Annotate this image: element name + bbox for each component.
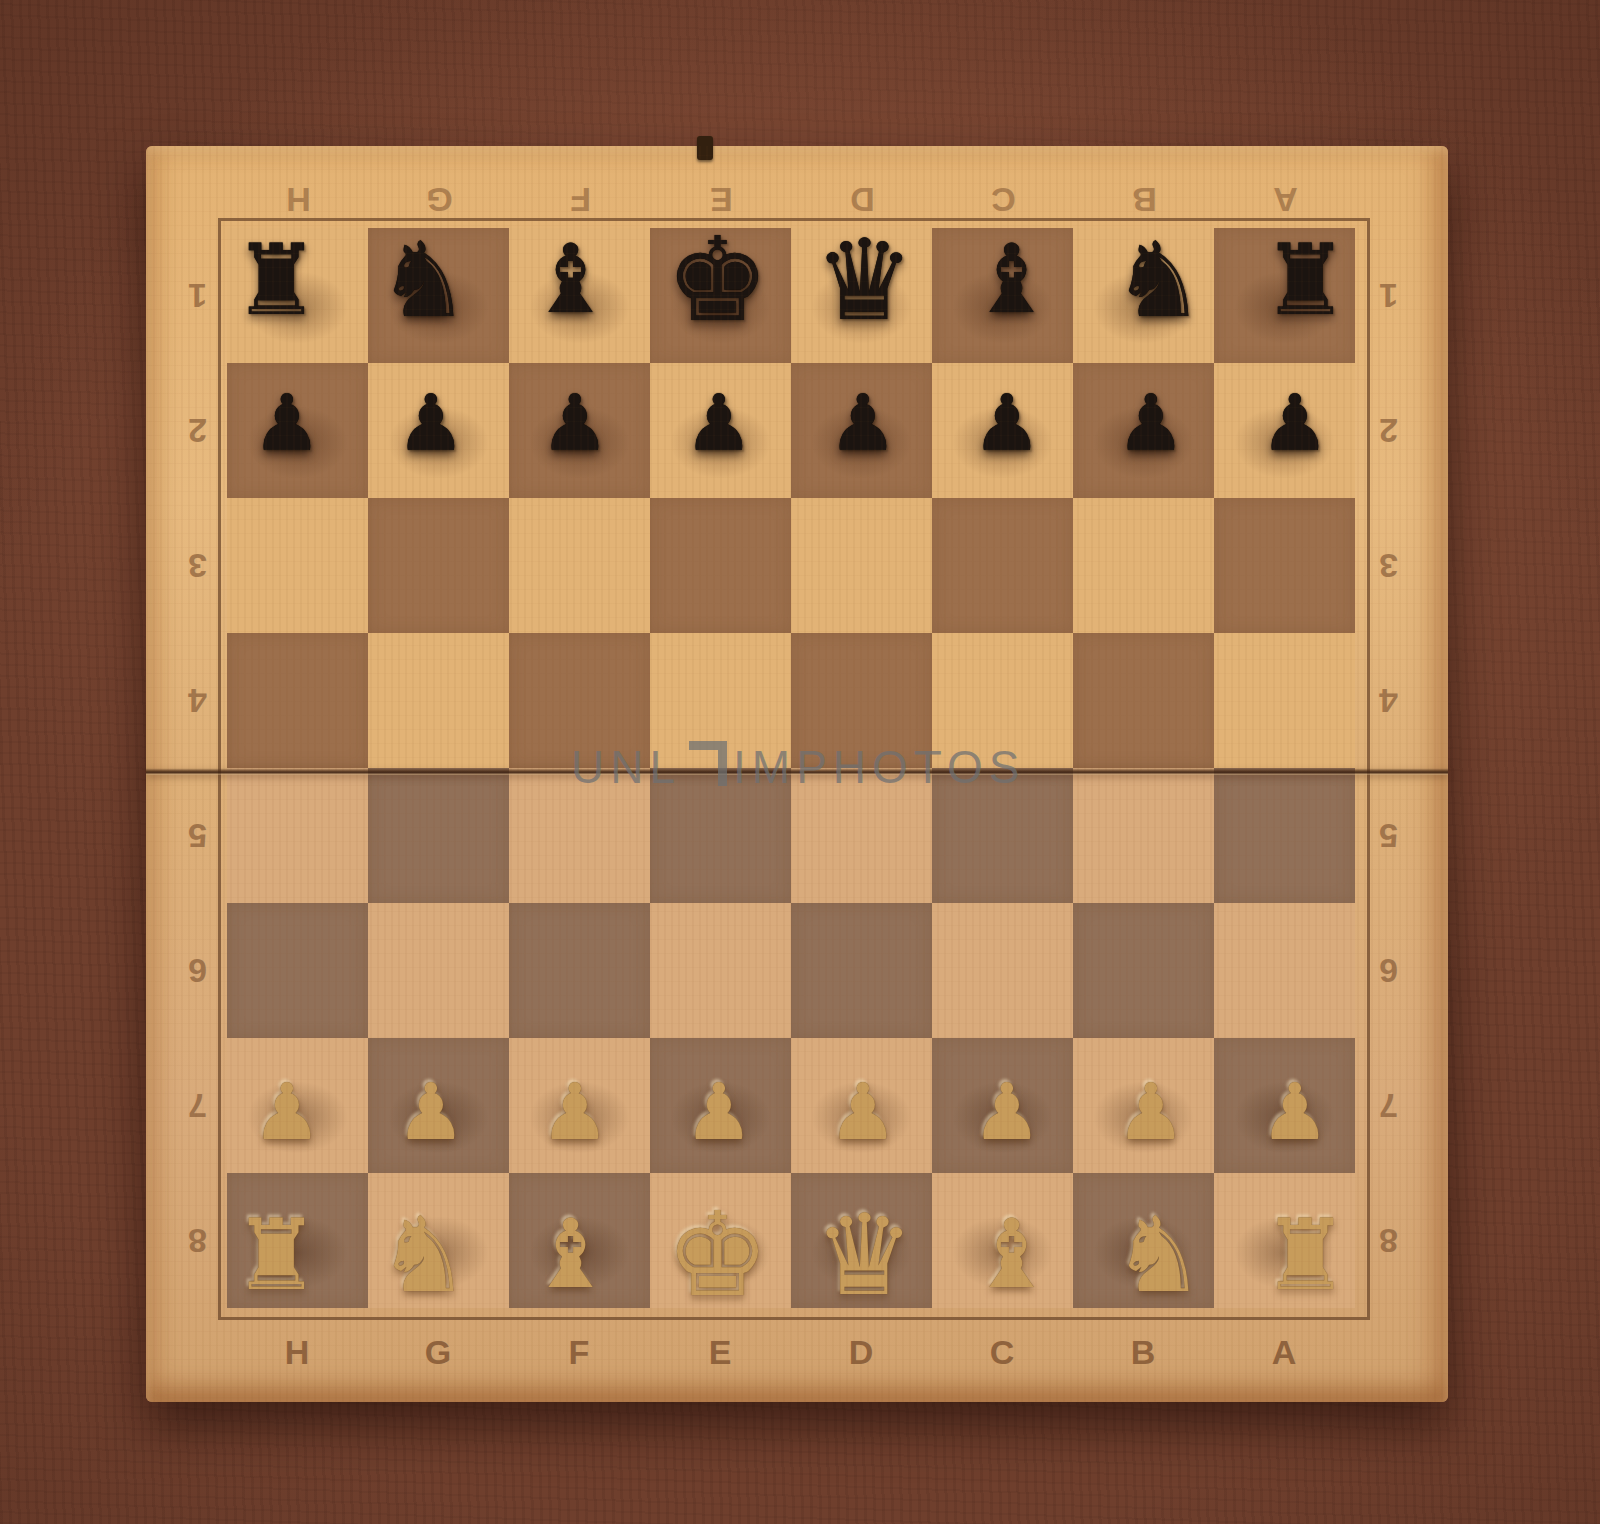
square-h6[interactable] [227, 903, 368, 1038]
rank-label-right-7: 7 [1356, 1085, 1420, 1127]
square-e7[interactable]: ♟ [650, 1038, 791, 1173]
piece-white-pawn[interactable]: ♟ [972, 1073, 1042, 1151]
watermark-logo-icon [689, 741, 727, 786]
square-d2[interactable]: ♟ [791, 363, 932, 498]
square-d7[interactable]: ♟ [791, 1038, 932, 1173]
piece-black-pawn[interactable]: ♟ [396, 384, 466, 462]
rank-label-left-1: 1 [165, 275, 229, 317]
square-b1[interactable]: ♞ [1073, 228, 1214, 363]
piece-white-pawn[interactable]: ♟ [1260, 1073, 1330, 1151]
rank-label-left-7: 7 [165, 1085, 229, 1127]
square-a2[interactable]: ♟ [1214, 363, 1355, 498]
rank-label-left-8: 8 [165, 1220, 229, 1262]
square-h2[interactable]: ♟ [227, 363, 368, 498]
table-background: ♜♞♝♚♛♝♞♜♟♟♟♟♟♟♟♟♟♟♟♟♟♟♟♟♜♞♝♚♛♝♞♜ HHGGFFE… [0, 0, 1600, 1524]
file-label-bottom-h: H [266, 1331, 330, 1373]
square-d6[interactable] [791, 903, 932, 1038]
piece-black-bishop[interactable]: ♝ [528, 232, 613, 327]
square-a3[interactable] [1214, 498, 1355, 633]
piece-black-bishop[interactable]: ♝ [969, 232, 1054, 327]
file-label-top-b: B [1112, 179, 1176, 221]
rank-label-right-3: 3 [1356, 545, 1420, 587]
square-d3[interactable] [791, 498, 932, 633]
file-label-top-c: C [971, 179, 1035, 221]
piece-white-pawn[interactable]: ♟ [540, 1073, 610, 1151]
piece-white-bishop[interactable]: ♝ [969, 1207, 1054, 1302]
square-e1[interactable]: ♚ [650, 228, 791, 363]
square-h1[interactable]: ♜ [227, 228, 368, 363]
piece-black-pawn[interactable]: ♟ [684, 384, 754, 462]
square-b4[interactable] [1073, 633, 1214, 768]
square-g3[interactable] [368, 498, 509, 633]
piece-white-pawn[interactable]: ♟ [828, 1073, 898, 1151]
square-b6[interactable] [1073, 903, 1214, 1038]
file-label-bottom-c: C [971, 1331, 1035, 1373]
square-a5[interactable] [1214, 768, 1355, 903]
piece-white-pawn[interactable]: ♟ [1116, 1073, 1186, 1151]
piece-black-rook[interactable]: ♜ [1262, 231, 1350, 329]
file-label-top-f: F [548, 179, 612, 221]
square-g7[interactable]: ♟ [368, 1038, 509, 1173]
piece-black-pawn[interactable]: ♟ [540, 384, 610, 462]
file-label-bottom-b: B [1112, 1331, 1176, 1373]
rank-label-right-1: 1 [1356, 275, 1420, 317]
piece-black-pawn[interactable]: ♟ [828, 384, 898, 462]
piece-white-pawn[interactable]: ♟ [252, 1073, 322, 1151]
file-label-bottom-e: E [689, 1331, 753, 1373]
square-e2[interactable]: ♟ [650, 363, 791, 498]
square-b8[interactable]: ♞ [1073, 1173, 1214, 1308]
piece-white-pawn[interactable]: ♟ [684, 1073, 754, 1151]
square-h3[interactable] [227, 498, 368, 633]
square-c2[interactable]: ♟ [932, 363, 1073, 498]
rank-label-left-4: 4 [165, 680, 229, 722]
file-label-top-g: G [407, 179, 471, 221]
square-f8[interactable]: ♝ [509, 1173, 650, 1308]
square-f2[interactable]: ♟ [509, 363, 650, 498]
rank-label-right-6: 6 [1356, 950, 1420, 992]
square-g5[interactable] [368, 768, 509, 903]
square-h8[interactable]: ♜ [227, 1173, 368, 1308]
piece-white-rook[interactable]: ♜ [233, 1206, 321, 1304]
piece-white-knight[interactable]: ♞ [1112, 1203, 1205, 1307]
piece-black-pawn[interactable]: ♟ [972, 384, 1042, 462]
piece-white-queen[interactable]: ♛ [814, 1199, 914, 1311]
square-c8[interactable]: ♝ [932, 1173, 1073, 1308]
rank-label-left-6: 6 [165, 950, 229, 992]
piece-black-pawn[interactable]: ♟ [1260, 384, 1330, 462]
piece-white-rook[interactable]: ♜ [1262, 1206, 1350, 1304]
rank-label-right-2: 2 [1356, 410, 1420, 452]
square-g4[interactable] [368, 633, 509, 768]
square-b3[interactable] [1073, 498, 1214, 633]
square-c3[interactable] [932, 498, 1073, 633]
square-f7[interactable]: ♟ [509, 1038, 650, 1173]
square-h5[interactable] [227, 768, 368, 903]
piece-black-pawn[interactable]: ♟ [252, 384, 322, 462]
watermark-text-left: UNL [571, 740, 681, 794]
square-c7[interactable]: ♟ [932, 1038, 1073, 1173]
square-d1[interactable]: ♛ [791, 228, 932, 363]
square-c6[interactable] [932, 903, 1073, 1038]
square-e8[interactable]: ♚ [650, 1173, 791, 1308]
file-label-top-d: D [830, 179, 894, 221]
square-e6[interactable] [650, 903, 791, 1038]
piece-black-knight[interactable]: ♞ [1112, 228, 1205, 332]
piece-black-knight[interactable]: ♞ [377, 228, 470, 332]
square-f3[interactable] [509, 498, 650, 633]
file-label-bottom-f: F [548, 1331, 612, 1373]
rank-label-right-8: 8 [1356, 1220, 1420, 1262]
piece-white-king[interactable]: ♚ [666, 1197, 770, 1313]
watermark: UNL IMPHOTOS [571, 740, 1026, 794]
file-label-bottom-g: G [407, 1331, 471, 1373]
square-g8[interactable]: ♞ [368, 1173, 509, 1308]
rank-label-left-2: 2 [165, 410, 229, 452]
piece-white-knight[interactable]: ♞ [377, 1203, 470, 1307]
board-hinge-clasp [697, 136, 713, 160]
square-a4[interactable] [1214, 633, 1355, 768]
file-label-top-a: A [1253, 179, 1317, 221]
square-f1[interactable]: ♝ [509, 228, 650, 363]
square-g6[interactable] [368, 903, 509, 1038]
rank-label-left-5: 5 [165, 815, 229, 857]
file-label-bottom-d: D [830, 1331, 894, 1373]
square-e3[interactable] [650, 498, 791, 633]
piece-black-king[interactable]: ♚ [666, 222, 770, 338]
piece-white-bishop[interactable]: ♝ [528, 1207, 613, 1302]
square-h4[interactable] [227, 633, 368, 768]
rank-label-left-3: 3 [165, 545, 229, 587]
file-label-top-h: H [266, 179, 330, 221]
square-b7[interactable]: ♟ [1073, 1038, 1214, 1173]
square-a1[interactable]: ♜ [1214, 228, 1355, 363]
piece-white-pawn[interactable]: ♟ [396, 1073, 466, 1151]
square-g2[interactable]: ♟ [368, 363, 509, 498]
square-a6[interactable] [1214, 903, 1355, 1038]
square-b5[interactable] [1073, 768, 1214, 903]
file-label-bottom-a: A [1253, 1331, 1317, 1373]
square-a7[interactable]: ♟ [1214, 1038, 1355, 1173]
square-g1[interactable]: ♞ [368, 228, 509, 363]
piece-black-rook[interactable]: ♜ [233, 231, 321, 329]
square-c1[interactable]: ♝ [932, 228, 1073, 363]
file-label-top-e: E [689, 179, 753, 221]
square-d8[interactable]: ♛ [791, 1173, 932, 1308]
square-a8[interactable]: ♜ [1214, 1173, 1355, 1308]
rank-label-right-5: 5 [1356, 815, 1420, 857]
square-f6[interactable] [509, 903, 650, 1038]
square-h7[interactable]: ♟ [227, 1038, 368, 1173]
watermark-text-right: IMPHOTOS [733, 740, 1026, 794]
square-b2[interactable]: ♟ [1073, 363, 1214, 498]
piece-black-queen[interactable]: ♛ [814, 224, 914, 336]
piece-black-pawn[interactable]: ♟ [1116, 384, 1186, 462]
rank-label-right-4: 4 [1356, 680, 1420, 722]
